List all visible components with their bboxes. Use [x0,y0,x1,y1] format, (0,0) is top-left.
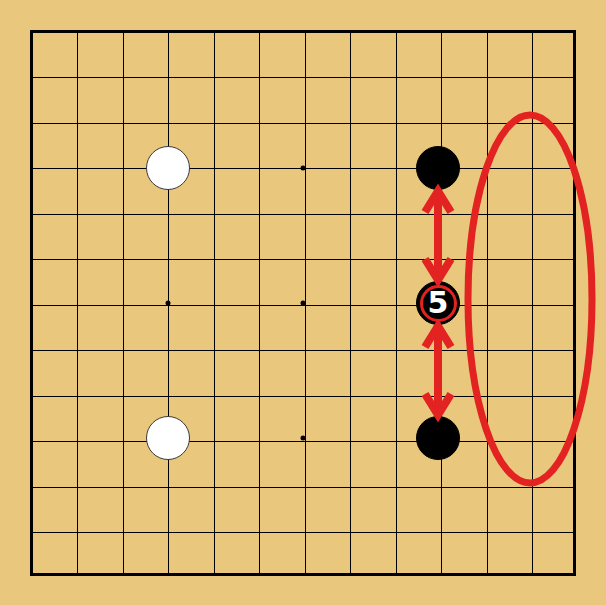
intersection-A4[interactable] [11,416,56,461]
intersection-C3[interactable] [101,461,146,506]
intersection-M12[interactable] [506,56,551,101]
intersection-B12[interactable] [56,56,101,101]
intersection-B7[interactable] [56,281,101,326]
intersection-F10[interactable] [236,146,281,191]
intersection-H4[interactable] [326,416,371,461]
intersection-C8[interactable] [101,236,146,281]
intersection-L6[interactable] [461,326,506,371]
intersection-F9[interactable] [236,191,281,236]
intersection-K4[interactable] [416,416,461,461]
intersection-K13[interactable] [416,11,461,56]
intersection-K2[interactable] [416,506,461,551]
intersection-F8[interactable] [236,236,281,281]
white-stone-D4 [146,416,190,460]
intersection-E12[interactable] [191,56,236,101]
intersection-L7[interactable] [461,281,506,326]
white-stone-D10 [146,146,190,190]
intersection-C2[interactable] [101,506,146,551]
intersection-G5[interactable] [281,371,326,416]
intersection-H7[interactable] [326,281,371,326]
intersection-L11[interactable] [461,101,506,146]
intersection-N2[interactable] [551,506,596,551]
intersection-A1[interactable] [11,551,56,596]
intersection-L5[interactable] [461,371,506,416]
intersection-G6[interactable] [281,326,326,371]
intersection-C13[interactable] [101,11,146,56]
intersection-M5[interactable] [506,371,551,416]
intersection-C1[interactable] [101,551,146,596]
intersection-B8[interactable] [56,236,101,281]
intersection-D12[interactable] [146,56,191,101]
intersection-G13[interactable] [281,11,326,56]
black-stone-K4 [416,416,460,460]
intersection-G11[interactable] [281,101,326,146]
intersection-C12[interactable] [101,56,146,101]
intersection-G1[interactable] [281,551,326,596]
intersection-K12[interactable] [416,56,461,101]
intersection-N5[interactable] [551,371,596,416]
intersection-M11[interactable] [506,101,551,146]
intersection-N13[interactable] [551,11,596,56]
intersection-M1[interactable] [506,551,551,596]
intersection-C4[interactable] [101,416,146,461]
intersection-E9[interactable] [191,191,236,236]
intersection-G2[interactable] [281,506,326,551]
intersection-K1[interactable] [416,551,461,596]
intersection-L4[interactable] [461,416,506,461]
intersection-L1[interactable] [461,551,506,596]
intersection-C11[interactable] [101,101,146,146]
intersection-M10[interactable] [506,146,551,191]
intersection-M7[interactable] [506,281,551,326]
intersection-M3[interactable] [506,461,551,506]
intersection-E8[interactable] [191,236,236,281]
intersection-K5[interactable] [416,371,461,416]
intersection-H8[interactable] [326,236,371,281]
intersection-H13[interactable] [326,11,371,56]
intersection-D2[interactable] [146,506,191,551]
intersection-D5[interactable] [146,371,191,416]
intersection-J7[interactable] [371,281,416,326]
intersection-E11[interactable] [191,101,236,146]
intersection-K10[interactable] [416,146,461,191]
intersection-L12[interactable] [461,56,506,101]
intersection-M2[interactable] [506,506,551,551]
intersection-M8[interactable] [506,236,551,281]
intersection-C7[interactable] [101,281,146,326]
intersection-L13[interactable] [461,11,506,56]
move-5-stone-K7: 5 [416,281,460,325]
intersection-G12[interactable] [281,56,326,101]
intersection-K8[interactable] [416,236,461,281]
intersection-K7[interactable]: 5 [416,281,461,326]
black-stone-K10 [416,146,460,190]
intersection-E3[interactable] [191,461,236,506]
intersection-N10[interactable] [551,146,596,191]
intersection-B9[interactable] [56,191,101,236]
intersection-N3[interactable] [551,461,596,506]
intersection-H12[interactable] [326,56,371,101]
intersection-H11[interactable] [326,101,371,146]
intersection-L2[interactable] [461,506,506,551]
intersection-J5[interactable] [371,371,416,416]
go-diagram: 5 [0,0,606,605]
intersection-L3[interactable] [461,461,506,506]
move-number-label: 5 [428,288,449,318]
intersection-N8[interactable] [551,236,596,281]
intersection-G7[interactable] [281,281,326,326]
intersection-N12[interactable] [551,56,596,101]
intersection-A9[interactable] [11,191,56,236]
intersection-K11[interactable] [416,101,461,146]
intersection-H6[interactable] [326,326,371,371]
intersection-F5[interactable] [236,371,281,416]
intersection-E2[interactable] [191,506,236,551]
intersection-C9[interactable] [101,191,146,236]
intersection-B10[interactable] [56,146,101,191]
intersection-A2[interactable] [11,506,56,551]
intersection-J10[interactable] [371,146,416,191]
intersection-F6[interactable] [236,326,281,371]
intersection-B5[interactable] [56,371,101,416]
intersection-F2[interactable] [236,506,281,551]
intersection-H1[interactable] [326,551,371,596]
intersection-E1[interactable] [191,551,236,596]
intersection-F13[interactable] [236,11,281,56]
intersection-E5[interactable] [191,371,236,416]
intersection-G3[interactable] [281,461,326,506]
intersection-F4[interactable] [236,416,281,461]
intersection-A8[interactable] [11,236,56,281]
intersection-D4[interactable] [146,416,191,461]
intersection-C10[interactable] [101,146,146,191]
intersection-N6[interactable] [551,326,596,371]
intersection-H3[interactable] [326,461,371,506]
intersection-E13[interactable] [191,11,236,56]
intersection-K9[interactable] [416,191,461,236]
intersection-A12[interactable] [11,56,56,101]
intersection-N11[interactable] [551,101,596,146]
board-grid: 5 [11,11,596,596]
intersection-G10[interactable] [281,146,326,191]
intersection-F1[interactable] [236,551,281,596]
intersection-J4[interactable] [371,416,416,461]
intersection-M4[interactable] [506,416,551,461]
intersection-C5[interactable] [101,371,146,416]
intersection-F11[interactable] [236,101,281,146]
intersection-A6[interactable] [11,326,56,371]
intersection-B11[interactable] [56,101,101,146]
intersection-M6[interactable] [506,326,551,371]
intersection-L10[interactable] [461,146,506,191]
intersection-A11[interactable] [11,101,56,146]
intersection-A7[interactable] [11,281,56,326]
intersection-E10[interactable] [191,146,236,191]
intersection-H2[interactable] [326,506,371,551]
intersection-F12[interactable] [236,56,281,101]
intersection-N9[interactable] [551,191,596,236]
intersection-K3[interactable] [416,461,461,506]
intersection-J3[interactable] [371,461,416,506]
intersection-N1[interactable] [551,551,596,596]
intersection-F7[interactable] [236,281,281,326]
intersection-F3[interactable] [236,461,281,506]
intersection-M13[interactable] [506,11,551,56]
intersection-G9[interactable] [281,191,326,236]
intersection-B6[interactable] [56,326,101,371]
intersection-N4[interactable] [551,416,596,461]
intersection-E7[interactable] [191,281,236,326]
intersection-L8[interactable] [461,236,506,281]
intersection-J8[interactable] [371,236,416,281]
intersection-B1[interactable] [56,551,101,596]
intersection-G4[interactable] [281,416,326,461]
intersection-A10[interactable] [11,146,56,191]
intersection-M9[interactable] [506,191,551,236]
intersection-N7[interactable] [551,281,596,326]
intersection-B13[interactable] [56,11,101,56]
intersection-J12[interactable] [371,56,416,101]
intersection-D11[interactable] [146,101,191,146]
intersection-D6[interactable] [146,326,191,371]
intersection-D1[interactable] [146,551,191,596]
intersection-H10[interactable] [326,146,371,191]
intersection-B3[interactable] [56,461,101,506]
intersection-D3[interactable] [146,461,191,506]
intersection-D10[interactable] [146,146,191,191]
intersection-E4[interactable] [191,416,236,461]
intersection-H9[interactable] [326,191,371,236]
intersection-B2[interactable] [56,506,101,551]
intersection-B4[interactable] [56,416,101,461]
intersection-D7[interactable] [146,281,191,326]
intersection-D9[interactable] [146,191,191,236]
intersection-J9[interactable] [371,191,416,236]
intersection-D8[interactable] [146,236,191,281]
intersection-J6[interactable] [371,326,416,371]
intersection-A13[interactable] [11,11,56,56]
intersection-G8[interactable] [281,236,326,281]
intersection-H5[interactable] [326,371,371,416]
intersection-E6[interactable] [191,326,236,371]
intersection-J13[interactable] [371,11,416,56]
intersection-J2[interactable] [371,506,416,551]
intersection-K6[interactable] [416,326,461,371]
intersection-J1[interactable] [371,551,416,596]
intersection-A5[interactable] [11,371,56,416]
intersection-C6[interactable] [101,326,146,371]
intersection-D13[interactable] [146,11,191,56]
intersection-A3[interactable] [11,461,56,506]
intersection-J11[interactable] [371,101,416,146]
intersection-L9[interactable] [461,191,506,236]
